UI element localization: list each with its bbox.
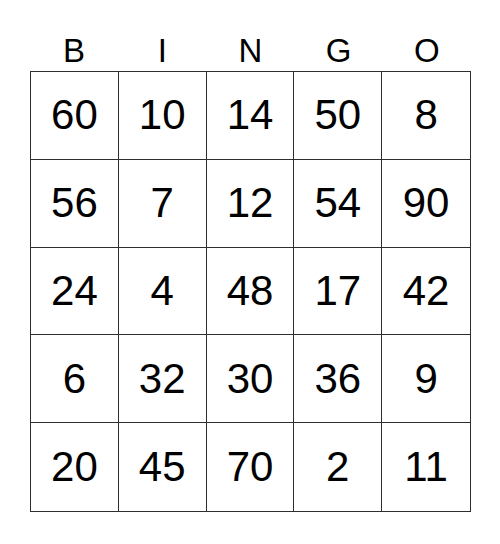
- bingo-header-row: B I N G O: [30, 0, 471, 71]
- bingo-cell-r1c5[interactable]: 8: [382, 72, 470, 160]
- bingo-cell-r1c2[interactable]: 10: [119, 72, 207, 160]
- bingo-cell-r4c4[interactable]: 36: [294, 335, 382, 423]
- bingo-cell-r3c1[interactable]: 24: [31, 248, 119, 336]
- header-letter-i: I: [118, 34, 206, 71]
- bingo-cell-r3c4[interactable]: 17: [294, 248, 382, 336]
- bingo-cell-r3c3[interactable]: 48: [207, 248, 295, 336]
- bingo-card-page: B I N G O 60 10 14 50 8 56 7 12 54 90 24…: [0, 0, 500, 544]
- bingo-cell-r5c2[interactable]: 45: [119, 423, 207, 511]
- bingo-cell-r3c5[interactable]: 42: [382, 248, 470, 336]
- header-letter-g: G: [295, 34, 383, 71]
- bingo-cell-r4c2[interactable]: 32: [119, 335, 207, 423]
- bingo-cell-r2c2[interactable]: 7: [119, 160, 207, 248]
- bingo-cell-r2c1[interactable]: 56: [31, 160, 119, 248]
- bingo-cell-r1c3[interactable]: 14: [207, 72, 295, 160]
- bingo-cell-r5c4[interactable]: 2: [294, 423, 382, 511]
- bingo-cell-r4c3[interactable]: 30: [207, 335, 295, 423]
- header-letter-b: B: [30, 34, 118, 71]
- bingo-cell-r2c4[interactable]: 54: [294, 160, 382, 248]
- bingo-cell-r4c5[interactable]: 9: [382, 335, 470, 423]
- bingo-cell-r3c2[interactable]: 4: [119, 248, 207, 336]
- bingo-cell-r5c3[interactable]: 70: [207, 423, 295, 511]
- bingo-board-grid: 60 10 14 50 8 56 7 12 54 90 24 4 48 17 4…: [30, 71, 471, 512]
- header-letter-o: O: [383, 34, 471, 71]
- bingo-cell-r2c3[interactable]: 12: [207, 160, 295, 248]
- bingo-cell-r1c4[interactable]: 50: [294, 72, 382, 160]
- bingo-cell-r5c1[interactable]: 20: [31, 423, 119, 511]
- bingo-cell-r1c1[interactable]: 60: [31, 72, 119, 160]
- bingo-cell-r2c5[interactable]: 90: [382, 160, 470, 248]
- header-letter-n: N: [206, 34, 294, 71]
- bingo-card: B I N G O 60 10 14 50 8 56 7 12 54 90 24…: [30, 0, 471, 512]
- bingo-cell-r4c1[interactable]: 6: [31, 335, 119, 423]
- bingo-cell-r5c5[interactable]: 11: [382, 423, 470, 511]
